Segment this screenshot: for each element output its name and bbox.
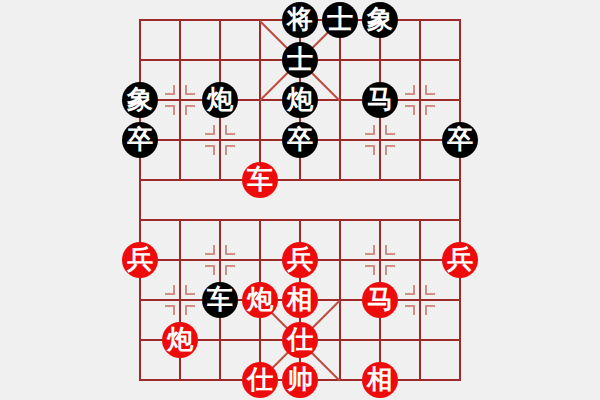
piece-red-advisor[interactable]: 仕 [242,362,278,398]
piece-red-advisor[interactable]: 仕 [282,322,318,358]
piece-black-soldier[interactable]: 卒 [442,122,478,158]
piece-red-elephant[interactable]: 相 [282,282,318,318]
xiangqi-board[interactable]: 将士象士象炮炮马卒卒卒车兵兵兵车炮相马炮仕仕帅相 [120,0,480,400]
piece-black-advisor[interactable]: 士 [322,2,358,38]
piece-red-horse[interactable]: 马 [362,282,398,318]
piece-red-soldier[interactable]: 兵 [442,242,478,278]
piece-black-cannon[interactable]: 炮 [202,82,238,118]
piece-red-soldier[interactable]: 兵 [122,242,158,278]
piece-red-general[interactable]: 帅 [282,362,318,398]
piece-black-elephant[interactable]: 象 [362,2,398,38]
piece-black-soldier[interactable]: 卒 [122,122,158,158]
piece-red-soldier[interactable]: 兵 [282,242,318,278]
piece-black-horse[interactable]: 马 [362,82,398,118]
piece-red-elephant[interactable]: 相 [362,362,398,398]
piece-black-cannon[interactable]: 炮 [282,82,318,118]
piece-red-cannon[interactable]: 炮 [162,322,198,358]
piece-black-general[interactable]: 将 [282,2,318,38]
xiangqi-app-canvas: 将士象士象炮炮马卒卒卒车兵兵兵车炮相马炮仕仕帅相 [0,0,600,400]
piece-black-elephant[interactable]: 象 [122,82,158,118]
piece-red-chariot[interactable]: 车 [242,162,278,198]
piece-black-advisor[interactable]: 士 [282,42,318,78]
piece-black-soldier[interactable]: 卒 [282,122,318,158]
piece-black-chariot[interactable]: 车 [202,282,238,318]
piece-red-cannon[interactable]: 炮 [242,282,278,318]
